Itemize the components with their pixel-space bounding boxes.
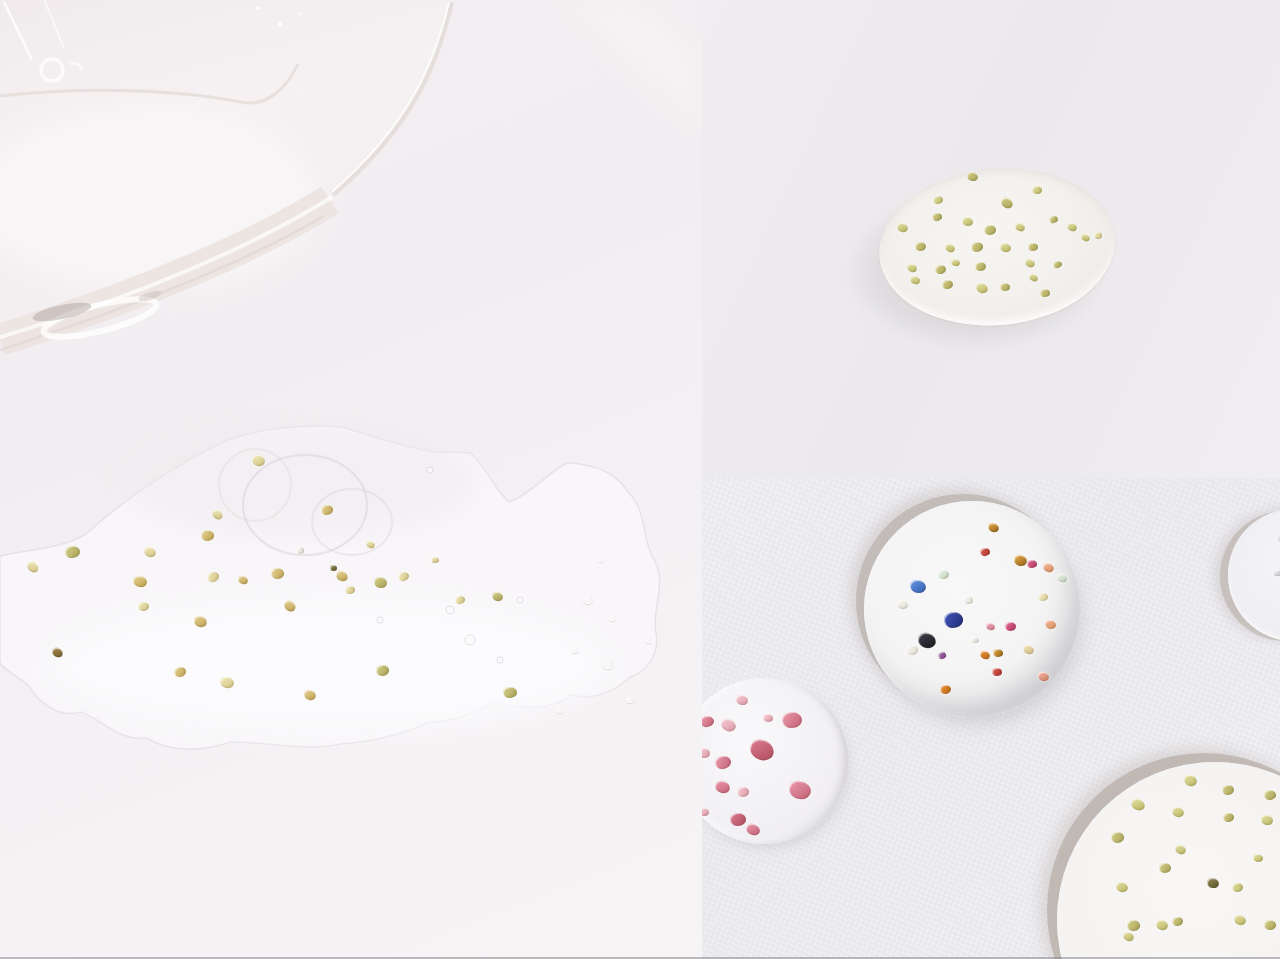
gem-chip <box>1233 914 1247 926</box>
gem-chip <box>50 647 64 660</box>
gem-chip <box>748 737 776 762</box>
gem-chip <box>906 263 918 274</box>
gem-chip <box>1115 881 1129 893</box>
gem-chip <box>1253 854 1263 862</box>
gem-chip <box>1039 288 1051 299</box>
gem-chip <box>1158 862 1172 874</box>
resin-droplet <box>602 660 614 669</box>
gem-chip <box>303 689 317 702</box>
gem-chip <box>270 566 285 579</box>
gem-chip <box>1047 215 1058 225</box>
gem-chip <box>1004 621 1017 632</box>
gem-chip <box>987 522 1000 534</box>
gem-chip <box>991 667 1003 677</box>
gem-chip <box>1013 554 1028 567</box>
gem-chip <box>1173 844 1186 856</box>
gem-chip <box>736 785 750 798</box>
gem-chip <box>237 575 249 585</box>
gem-chip <box>896 222 909 234</box>
gem-chip <box>909 580 926 594</box>
gem-chip <box>1021 644 1034 656</box>
gem-chip <box>137 602 149 613</box>
gem-chip <box>491 591 504 602</box>
gem-chip <box>1273 570 1280 577</box>
gem-chip <box>219 676 235 690</box>
gem-chip <box>1079 233 1090 243</box>
gem-chip <box>937 651 947 660</box>
gem-chip <box>1037 592 1049 603</box>
gem-chip <box>905 644 918 655</box>
gem-chips-layer <box>702 0 1280 478</box>
gem-chip <box>966 172 978 183</box>
gem-chip <box>1024 257 1036 268</box>
gem-chip <box>931 211 943 222</box>
gem-chip <box>1155 919 1169 932</box>
gem-chip <box>999 242 1012 253</box>
gem-chip <box>1260 814 1274 826</box>
gem-chip <box>950 259 960 268</box>
gem-chip <box>1037 671 1050 682</box>
gem-chip <box>745 823 762 838</box>
gem-chip <box>938 684 951 696</box>
gem-chip <box>917 631 937 649</box>
gem-chip <box>200 529 214 541</box>
gem-chip <box>1026 559 1037 569</box>
gem-chip <box>373 576 387 588</box>
resin-droplet <box>557 708 563 713</box>
gem-chip <box>25 559 41 574</box>
gem-chip <box>909 275 920 285</box>
gem-chip <box>1183 773 1198 786</box>
gem-chips-layer <box>0 0 702 959</box>
gem-chip <box>205 570 220 585</box>
gem-chip <box>1066 222 1078 232</box>
photo-collage <box>0 0 1280 959</box>
gem-chip <box>1263 789 1277 801</box>
gem-chip <box>933 264 946 276</box>
gem-chip <box>942 610 964 630</box>
panel-left-spill-photo <box>0 0 702 959</box>
gem-chip <box>210 508 224 521</box>
resin-droplet <box>598 558 603 562</box>
gem-chip <box>374 663 389 676</box>
gem-chip <box>964 596 973 603</box>
gem-chip <box>1109 830 1124 843</box>
gem-chip <box>729 812 747 828</box>
gem-chip <box>961 217 973 227</box>
gem-chip <box>1041 562 1054 574</box>
gem-chip <box>1230 882 1243 894</box>
gem-chip <box>63 544 81 560</box>
gem-chip <box>914 242 926 253</box>
gem-chip <box>1014 221 1026 232</box>
gem-chip <box>1170 916 1183 928</box>
gem-chip <box>365 540 376 550</box>
gem-chip <box>295 546 304 554</box>
gem-chip <box>781 710 804 730</box>
panel-top-right-disc-photo <box>702 0 1280 478</box>
gem-chip <box>320 503 335 516</box>
gem-chip <box>1126 919 1141 932</box>
gem-chip <box>983 224 997 236</box>
gem-chip <box>1221 812 1234 824</box>
gem-chip <box>1056 573 1068 583</box>
gem-chip <box>335 569 350 583</box>
gem-chip <box>971 637 979 644</box>
gem-chip <box>1121 931 1134 943</box>
gem-chip <box>975 281 989 294</box>
gem-chip <box>173 665 188 679</box>
gem-chip <box>502 686 517 699</box>
gem-chip <box>992 648 1003 658</box>
gem-chip <box>937 570 949 580</box>
gem-chips-layer <box>702 478 1280 959</box>
right-column <box>702 0 1280 959</box>
gem-chip <box>282 599 297 614</box>
gem-chip <box>970 240 985 253</box>
gem-chip <box>944 243 956 254</box>
gem-chip <box>396 571 410 584</box>
resin-droplet <box>571 647 579 653</box>
gem-chip <box>979 650 991 660</box>
gem-chip <box>999 282 1010 292</box>
resin-droplet <box>609 615 616 621</box>
gem-chip <box>999 196 1014 210</box>
gem-chip <box>702 808 709 816</box>
gem-chip <box>344 585 356 596</box>
gem-chip <box>896 599 909 610</box>
gem-chip <box>330 565 337 571</box>
gem-chip <box>941 279 954 290</box>
gem-chip <box>1027 242 1039 252</box>
gem-chip <box>713 779 730 794</box>
resin-droplet <box>645 638 651 643</box>
gem-chip <box>763 714 773 722</box>
gem-chip <box>431 557 439 564</box>
gem-chip <box>788 780 812 801</box>
gem-chip <box>974 261 987 272</box>
panel-bottom-right-discs-photo <box>702 478 1280 959</box>
gem-chip <box>143 545 157 558</box>
resin-droplet <box>583 596 593 604</box>
gem-chip <box>735 694 749 706</box>
resin-droplet <box>626 697 634 703</box>
gem-chip <box>1094 231 1103 239</box>
gem-chip <box>713 754 733 772</box>
gem-chip <box>702 715 715 730</box>
gem-chip <box>932 195 944 206</box>
gem-chip <box>1044 620 1056 630</box>
gem-chip <box>251 453 266 466</box>
gem-chip <box>1263 919 1276 930</box>
gem-chip <box>979 546 991 557</box>
gem-chip <box>985 622 996 631</box>
gem-chip <box>1221 784 1235 797</box>
gem-chip <box>1027 273 1038 283</box>
gem-chip <box>1031 185 1042 194</box>
gem-chip <box>719 717 737 734</box>
gem-chip <box>1206 877 1219 888</box>
gem-chip <box>192 614 207 627</box>
gem-chip <box>702 748 710 758</box>
gem-chip <box>132 575 147 588</box>
gem-chip <box>1171 806 1185 818</box>
gem-chip <box>1129 797 1146 813</box>
gem-chip <box>1051 260 1062 270</box>
gem-chip <box>454 594 467 606</box>
